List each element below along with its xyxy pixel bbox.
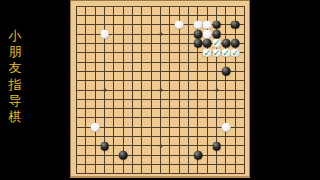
intersection[interactable]: [231, 20, 240, 29]
intersection[interactable]: [109, 29, 118, 38]
intersection[interactable]: [81, 20, 90, 29]
intersection[interactable]: [175, 57, 184, 66]
intersection[interactable]: [231, 123, 240, 132]
intersection[interactable]: [240, 85, 249, 94]
intersection[interactable]: [109, 123, 118, 132]
intersection[interactable]: [240, 141, 249, 150]
intersection[interactable]: [203, 57, 212, 66]
intersection[interactable]: [212, 67, 221, 76]
intersection[interactable]: [119, 48, 128, 57]
intersection[interactable]: [240, 20, 249, 29]
intersection[interactable]: [81, 85, 90, 94]
intersection[interactable]: [212, 1, 221, 10]
intersection[interactable]: [128, 113, 137, 122]
intersection[interactable]: [221, 11, 230, 20]
intersection[interactable]: [119, 57, 128, 66]
intersection[interactable]: [109, 20, 118, 29]
intersection[interactable]: [212, 169, 221, 178]
intersection[interactable]: [165, 85, 174, 94]
intersection[interactable]: [240, 67, 249, 76]
intersection[interactable]: [128, 20, 137, 29]
intersection[interactable]: [156, 29, 165, 38]
intersection[interactable]: [175, 151, 184, 160]
intersection[interactable]: [221, 57, 230, 66]
intersection[interactable]: [184, 39, 193, 48]
intersection[interactable]: [156, 1, 165, 10]
intersection[interactable]: [212, 123, 221, 132]
intersection[interactable]: [100, 29, 109, 38]
intersection[interactable]: [100, 1, 109, 10]
intersection[interactable]: [203, 132, 212, 141]
intersection[interactable]: [175, 113, 184, 122]
intersection[interactable]: [212, 76, 221, 85]
intersection[interactable]: [165, 160, 174, 169]
intersection[interactable]: [221, 113, 230, 122]
intersection[interactable]: [109, 169, 118, 178]
intersection[interactable]: [100, 85, 109, 94]
black-stone[interactable]: [100, 142, 109, 151]
black-stone[interactable]: [222, 67, 231, 76]
intersection[interactable]: [175, 48, 184, 57]
intersection[interactable]: [91, 85, 100, 94]
intersection[interactable]: [193, 48, 202, 57]
intersection[interactable]: [147, 11, 156, 20]
intersection[interactable]: [100, 151, 109, 160]
intersection[interactable]: [212, 11, 221, 20]
intersection[interactable]: [119, 85, 128, 94]
intersection[interactable]: [100, 48, 109, 57]
intersection[interactable]: [91, 76, 100, 85]
intersection[interactable]: [137, 1, 146, 10]
intersection[interactable]: [221, 123, 230, 132]
intersection[interactable]: [165, 48, 174, 57]
intersection[interactable]: [147, 104, 156, 113]
intersection[interactable]: [165, 169, 174, 178]
intersection[interactable]: [156, 39, 165, 48]
checked-white-stone[interactable]: ✓: [222, 48, 231, 57]
intersection[interactable]: [119, 151, 128, 160]
intersection[interactable]: [184, 29, 193, 38]
intersection[interactable]: [100, 57, 109, 66]
intersection[interactable]: [128, 95, 137, 104]
intersection[interactable]: [175, 67, 184, 76]
intersection[interactable]: [221, 67, 230, 76]
intersection[interactable]: [156, 76, 165, 85]
intersection[interactable]: [119, 95, 128, 104]
intersection[interactable]: [221, 95, 230, 104]
intersection[interactable]: [109, 104, 118, 113]
intersection[interactable]: [100, 20, 109, 29]
intersection[interactable]: [203, 113, 212, 122]
intersection[interactable]: [175, 39, 184, 48]
intersection[interactable]: [175, 169, 184, 178]
intersection[interactable]: [231, 169, 240, 178]
intersection[interactable]: [109, 85, 118, 94]
intersection[interactable]: [81, 95, 90, 104]
intersection[interactable]: [240, 48, 249, 57]
intersection[interactable]: [156, 20, 165, 29]
intersection[interactable]: [231, 11, 240, 20]
intersection[interactable]: [203, 85, 212, 94]
intersection[interactable]: [212, 141, 221, 150]
intersection[interactable]: [119, 169, 128, 178]
intersection[interactable]: [100, 169, 109, 178]
intersection[interactable]: [137, 76, 146, 85]
intersection[interactable]: [147, 48, 156, 57]
intersection[interactable]: [156, 67, 165, 76]
intersection[interactable]: [184, 1, 193, 10]
intersection[interactable]: [203, 95, 212, 104]
intersection[interactable]: [147, 76, 156, 85]
intersection[interactable]: [128, 132, 137, 141]
intersection[interactable]: [240, 151, 249, 160]
intersection[interactable]: [137, 20, 146, 29]
intersection[interactable]: [221, 29, 230, 38]
intersection[interactable]: [221, 151, 230, 160]
intersection[interactable]: [128, 141, 137, 150]
intersection[interactable]: [128, 48, 137, 57]
intersection[interactable]: [184, 132, 193, 141]
intersection[interactable]: [109, 113, 118, 122]
intersection[interactable]: [147, 39, 156, 48]
intersection[interactable]: [128, 1, 137, 10]
intersection[interactable]: [147, 57, 156, 66]
intersection[interactable]: [240, 11, 249, 20]
intersection[interactable]: [91, 113, 100, 122]
intersection[interactable]: [72, 11, 81, 20]
intersection[interactable]: [203, 1, 212, 10]
intersection[interactable]: [72, 95, 81, 104]
intersection[interactable]: [91, 151, 100, 160]
intersection[interactable]: [203, 29, 212, 38]
intersection[interactable]: [193, 39, 202, 48]
intersection[interactable]: [193, 85, 202, 94]
intersection[interactable]: [184, 48, 193, 57]
intersection[interactable]: [91, 67, 100, 76]
intersection[interactable]: [165, 1, 174, 10]
intersection[interactable]: [137, 104, 146, 113]
intersection[interactable]: [221, 169, 230, 178]
checked-white-stone[interactable]: ✓: [203, 48, 212, 57]
intersection[interactable]: [109, 1, 118, 10]
intersection[interactable]: [119, 123, 128, 132]
intersection[interactable]: [109, 57, 118, 66]
intersection[interactable]: [137, 123, 146, 132]
intersection[interactable]: [91, 39, 100, 48]
intersection[interactable]: [72, 160, 81, 169]
intersection[interactable]: [72, 67, 81, 76]
intersection[interactable]: [212, 113, 221, 122]
intersection[interactable]: [175, 95, 184, 104]
intersection[interactable]: [165, 39, 174, 48]
intersection[interactable]: [165, 151, 174, 160]
white-stone[interactable]: [175, 20, 184, 29]
intersection[interactable]: [72, 141, 81, 150]
intersection[interactable]: [175, 104, 184, 113]
intersection[interactable]: [109, 48, 118, 57]
intersection[interactable]: [100, 39, 109, 48]
intersection[interactable]: [147, 160, 156, 169]
intersection[interactable]: [100, 76, 109, 85]
intersection[interactable]: [212, 151, 221, 160]
intersection[interactable]: [81, 123, 90, 132]
intersection[interactable]: [193, 160, 202, 169]
intersection[interactable]: [81, 160, 90, 169]
white-stone[interactable]: [222, 123, 231, 132]
intersection[interactable]: [81, 76, 90, 85]
intersection[interactable]: [156, 141, 165, 150]
intersection[interactable]: [137, 95, 146, 104]
intersection[interactable]: [81, 29, 90, 38]
intersection[interactable]: [231, 85, 240, 94]
intersection[interactable]: [240, 95, 249, 104]
intersection[interactable]: [137, 113, 146, 122]
intersection[interactable]: [175, 132, 184, 141]
intersection[interactable]: [91, 160, 100, 169]
intersection[interactable]: [100, 67, 109, 76]
intersection[interactable]: [203, 123, 212, 132]
intersection[interactable]: [165, 113, 174, 122]
intersection[interactable]: [156, 104, 165, 113]
intersection[interactable]: [193, 169, 202, 178]
intersection[interactable]: [137, 39, 146, 48]
intersection[interactable]: [81, 39, 90, 48]
intersection[interactable]: [81, 132, 90, 141]
intersection[interactable]: [91, 132, 100, 141]
intersection[interactable]: ✓: [212, 48, 221, 57]
intersection[interactable]: [119, 104, 128, 113]
intersection[interactable]: [203, 104, 212, 113]
intersection[interactable]: [156, 95, 165, 104]
intersection[interactable]: [175, 76, 184, 85]
intersection[interactable]: [109, 141, 118, 150]
intersection[interactable]: [203, 11, 212, 20]
intersection[interactable]: [72, 123, 81, 132]
intersection[interactable]: [109, 132, 118, 141]
intersection[interactable]: [72, 113, 81, 122]
white-stone[interactable]: [194, 20, 203, 29]
intersection[interactable]: [240, 29, 249, 38]
white-stone[interactable]: [203, 30, 212, 39]
intersection[interactable]: [81, 113, 90, 122]
intersection[interactable]: [193, 20, 202, 29]
intersection[interactable]: [119, 11, 128, 20]
intersection[interactable]: [91, 95, 100, 104]
intersection[interactable]: [221, 132, 230, 141]
intersection[interactable]: [193, 123, 202, 132]
intersection[interactable]: [81, 57, 90, 66]
intersection[interactable]: [137, 67, 146, 76]
intersection[interactable]: [100, 132, 109, 141]
intersection[interactable]: [212, 104, 221, 113]
intersection[interactable]: [128, 104, 137, 113]
intersection[interactable]: [72, 1, 81, 10]
intersection[interactable]: [221, 141, 230, 150]
intersection[interactable]: [119, 113, 128, 122]
intersection[interactable]: [137, 160, 146, 169]
intersection[interactable]: [128, 169, 137, 178]
intersection[interactable]: [203, 67, 212, 76]
intersection[interactable]: [81, 48, 90, 57]
intersection[interactable]: [119, 1, 128, 10]
intersection[interactable]: [72, 104, 81, 113]
intersection[interactable]: [137, 48, 146, 57]
intersection[interactable]: [91, 57, 100, 66]
intersection[interactable]: [203, 169, 212, 178]
intersection[interactable]: [109, 151, 118, 160]
intersection[interactable]: [147, 67, 156, 76]
intersection[interactable]: [184, 57, 193, 66]
intersection[interactable]: [240, 132, 249, 141]
intersection[interactable]: [128, 151, 137, 160]
intersection[interactable]: [119, 67, 128, 76]
white-stone[interactable]: [91, 123, 100, 132]
intersection[interactable]: [175, 11, 184, 20]
intersection[interactable]: [156, 85, 165, 94]
intersection[interactable]: [72, 20, 81, 29]
intersection[interactable]: [100, 141, 109, 150]
intersection[interactable]: [137, 11, 146, 20]
intersection[interactable]: [147, 20, 156, 29]
intersection[interactable]: [240, 113, 249, 122]
intersection[interactable]: [147, 169, 156, 178]
intersection[interactable]: [184, 169, 193, 178]
intersection[interactable]: [165, 57, 174, 66]
intersection[interactable]: [212, 160, 221, 169]
intersection[interactable]: [100, 95, 109, 104]
intersection[interactable]: [212, 95, 221, 104]
intersection[interactable]: [175, 160, 184, 169]
intersection[interactable]: [91, 123, 100, 132]
intersection[interactable]: [100, 104, 109, 113]
intersection[interactable]: [128, 67, 137, 76]
white-stone[interactable]: [100, 30, 109, 39]
intersection[interactable]: [109, 76, 118, 85]
intersection[interactable]: [240, 160, 249, 169]
intersection[interactable]: [128, 123, 137, 132]
intersection[interactable]: [231, 104, 240, 113]
intersection[interactable]: [156, 151, 165, 160]
intersection[interactable]: [212, 132, 221, 141]
intersection[interactable]: [128, 160, 137, 169]
intersection[interactable]: [184, 85, 193, 94]
black-stone[interactable]: [119, 151, 128, 160]
intersection[interactable]: [119, 29, 128, 38]
intersection[interactable]: [221, 85, 230, 94]
intersection[interactable]: [231, 151, 240, 160]
intersection[interactable]: [184, 95, 193, 104]
intersection[interactable]: [147, 113, 156, 122]
intersection[interactable]: [165, 104, 174, 113]
intersection[interactable]: [109, 160, 118, 169]
intersection[interactable]: [72, 76, 81, 85]
intersection[interactable]: [128, 39, 137, 48]
intersection[interactable]: [240, 39, 249, 48]
intersection[interactable]: [193, 29, 202, 38]
intersection[interactable]: [91, 1, 100, 10]
intersection[interactable]: [231, 132, 240, 141]
intersection[interactable]: [137, 141, 146, 150]
intersection[interactable]: [212, 57, 221, 66]
intersection[interactable]: [184, 151, 193, 160]
intersection[interactable]: [91, 169, 100, 178]
black-stone[interactable]: [194, 39, 203, 48]
intersection[interactable]: [221, 1, 230, 10]
intersection[interactable]: [193, 1, 202, 10]
intersection[interactable]: [165, 20, 174, 29]
intersection[interactable]: [147, 132, 156, 141]
intersection[interactable]: [203, 20, 212, 29]
intersection[interactable]: [91, 48, 100, 57]
intersection[interactable]: [137, 29, 146, 38]
intersection[interactable]: [240, 169, 249, 178]
intersection[interactable]: [72, 169, 81, 178]
intersection[interactable]: [193, 141, 202, 150]
intersection[interactable]: [240, 123, 249, 132]
intersection[interactable]: [212, 20, 221, 29]
intersection[interactable]: [147, 29, 156, 38]
intersection[interactable]: [147, 85, 156, 94]
intersection[interactable]: [81, 141, 90, 150]
intersection[interactable]: [72, 57, 81, 66]
intersection[interactable]: [119, 20, 128, 29]
intersection[interactable]: [231, 113, 240, 122]
intersection[interactable]: [231, 76, 240, 85]
intersection[interactable]: [193, 151, 202, 160]
intersection[interactable]: [147, 95, 156, 104]
intersection[interactable]: [193, 132, 202, 141]
intersection[interactable]: [184, 141, 193, 150]
intersection[interactable]: [184, 160, 193, 169]
intersection[interactable]: [231, 57, 240, 66]
intersection[interactable]: [137, 151, 146, 160]
intersection[interactable]: [147, 151, 156, 160]
intersection[interactable]: [184, 123, 193, 132]
checked-white-stone[interactable]: ✓: [231, 48, 240, 57]
intersection[interactable]: [231, 141, 240, 150]
black-stone[interactable]: [212, 20, 221, 29]
black-stone[interactable]: [231, 20, 240, 29]
intersection[interactable]: [137, 132, 146, 141]
intersection[interactable]: [91, 20, 100, 29]
black-stone[interactable]: [194, 151, 203, 160]
intersection[interactable]: [203, 160, 212, 169]
intersection[interactable]: [72, 151, 81, 160]
intersection[interactable]: [175, 1, 184, 10]
intersection[interactable]: [156, 160, 165, 169]
intersection[interactable]: [91, 11, 100, 20]
intersection[interactable]: [72, 85, 81, 94]
intersection[interactable]: [165, 132, 174, 141]
intersection[interactable]: [119, 160, 128, 169]
intersection[interactable]: [100, 160, 109, 169]
intersection[interactable]: [221, 160, 230, 169]
intersection[interactable]: [184, 113, 193, 122]
intersection[interactable]: [175, 141, 184, 150]
intersection[interactable]: [165, 76, 174, 85]
intersection[interactable]: [221, 104, 230, 113]
intersection[interactable]: [128, 57, 137, 66]
intersection[interactable]: [156, 123, 165, 132]
intersection[interactable]: [109, 11, 118, 20]
intersection[interactable]: [193, 76, 202, 85]
intersection[interactable]: [156, 113, 165, 122]
intersection[interactable]: [81, 1, 90, 10]
intersection[interactable]: [91, 29, 100, 38]
intersection[interactable]: ✓: [203, 48, 212, 57]
intersection[interactable]: [81, 169, 90, 178]
intersection[interactable]: [203, 141, 212, 150]
